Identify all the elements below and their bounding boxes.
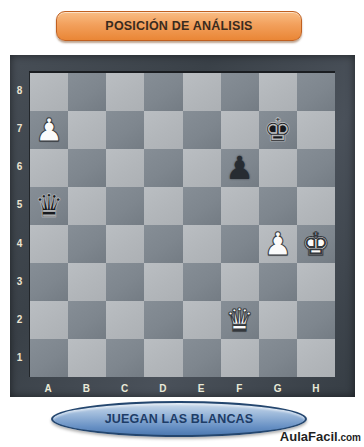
- square-e2: [183, 301, 221, 339]
- square-b6: [68, 149, 106, 187]
- square-f3: [221, 263, 259, 301]
- square-h3: [297, 263, 335, 301]
- board-squares: ♟♚♟♛♟♚♛: [29, 71, 335, 377]
- square-d3: [144, 263, 182, 301]
- black-pawn-f6: ♟: [225, 152, 254, 184]
- square-g3: [259, 263, 297, 301]
- square-f2: ♛: [221, 301, 259, 339]
- white-pawn-g4: ♟: [263, 228, 292, 260]
- square-b4: [68, 225, 106, 263]
- square-f6: ♟: [221, 149, 259, 187]
- square-b2: [68, 301, 106, 339]
- square-e7: [183, 111, 221, 149]
- square-c5: [106, 187, 144, 225]
- white-to-move-banner: JUEGAN LAS BLANCAS: [51, 401, 307, 437]
- square-d6: [144, 149, 182, 187]
- square-b7: [68, 111, 106, 149]
- square-d7: [144, 111, 182, 149]
- square-g6: [259, 149, 297, 187]
- file-label-b: B: [67, 379, 105, 397]
- rank-label-8: 8: [10, 71, 29, 109]
- white-queen-f2: ♛: [225, 304, 254, 336]
- square-c7: [106, 111, 144, 149]
- square-g2: [259, 301, 297, 339]
- square-b8: [68, 73, 106, 111]
- square-c6: [106, 149, 144, 187]
- rank-label-4: 4: [10, 224, 29, 262]
- square-d2: [144, 301, 182, 339]
- square-h4: ♚: [297, 225, 335, 263]
- aulafacil-watermark: AulaFacil.com: [280, 430, 361, 445]
- file-label-a: A: [29, 379, 67, 397]
- brand-name: AulaFacil: [280, 429, 338, 444]
- rank-label-6: 6: [10, 148, 29, 186]
- square-a3: [30, 263, 68, 301]
- square-h6: [297, 149, 335, 187]
- chess-board: 87654321 ♟♚♟♛♟♚♛ ABCDEFGH: [10, 55, 355, 397]
- file-label-d: D: [144, 379, 182, 397]
- square-a2: [30, 301, 68, 339]
- black-queen-a5: ♛: [35, 190, 64, 222]
- square-c8: [106, 73, 144, 111]
- square-g7: ♚: [259, 111, 297, 149]
- square-f1: [221, 339, 259, 377]
- rank-labels: 87654321: [10, 71, 29, 377]
- square-h5: [297, 187, 335, 225]
- square-a6: [30, 149, 68, 187]
- file-label-e: E: [182, 379, 220, 397]
- square-f7: [221, 111, 259, 149]
- square-f8: [221, 73, 259, 111]
- square-b3: [68, 263, 106, 301]
- square-h1: [297, 339, 335, 377]
- square-e5: [183, 187, 221, 225]
- square-d1: [144, 339, 182, 377]
- square-a5: ♛: [30, 187, 68, 225]
- square-d4: [144, 225, 182, 263]
- brand-tld: .com: [338, 432, 361, 443]
- square-e6: [183, 149, 221, 187]
- file-label-h: H: [297, 379, 335, 397]
- analysis-position-banner: POSICIÓN DE ANÁLISIS: [56, 11, 302, 41]
- rank-label-2: 2: [10, 301, 29, 339]
- square-c3: [106, 263, 144, 301]
- square-d8: [144, 73, 182, 111]
- square-a1: [30, 339, 68, 377]
- rank-label-5: 5: [10, 186, 29, 224]
- square-c1: [106, 339, 144, 377]
- file-labels: ABCDEFGH: [29, 379, 335, 397]
- square-a7: ♟: [30, 111, 68, 149]
- file-label-f: F: [220, 379, 258, 397]
- square-b1: [68, 339, 106, 377]
- rank-label-1: 1: [10, 339, 29, 377]
- square-h7: [297, 111, 335, 149]
- file-label-c: C: [106, 379, 144, 397]
- square-d5: [144, 187, 182, 225]
- square-f4: [221, 225, 259, 263]
- square-c4: [106, 225, 144, 263]
- square-c2: [106, 301, 144, 339]
- square-e4: [183, 225, 221, 263]
- black-king-g7: ♚: [263, 114, 292, 146]
- white-pawn-a7: ♟: [35, 114, 64, 146]
- square-g4: ♟: [259, 225, 297, 263]
- rank-label-7: 7: [10, 109, 29, 147]
- chess-lesson-diagram: POSICIÓN DE ANÁLISIS 87654321 ♟♚♟♛♟♚♛ AB…: [0, 0, 364, 447]
- square-b5: [68, 187, 106, 225]
- square-e1: [183, 339, 221, 377]
- rank-label-3: 3: [10, 262, 29, 300]
- file-label-g: G: [259, 379, 297, 397]
- square-a4: [30, 225, 68, 263]
- white-king-h4: ♚: [302, 228, 331, 260]
- square-a8: [30, 73, 68, 111]
- square-g5: [259, 187, 297, 225]
- square-h2: [297, 301, 335, 339]
- square-e3: [183, 263, 221, 301]
- square-h8: [297, 73, 335, 111]
- square-g1: [259, 339, 297, 377]
- square-e8: [183, 73, 221, 111]
- square-g8: [259, 73, 297, 111]
- square-f5: [221, 187, 259, 225]
